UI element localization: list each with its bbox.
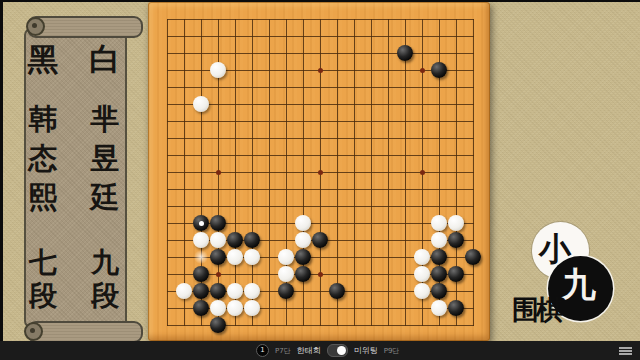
white-stone: [244, 249, 260, 265]
black-stone: [210, 283, 226, 299]
black-stone: [193, 283, 209, 299]
black-stone: [295, 266, 311, 282]
white-stone: [414, 266, 430, 282]
grid-line: [371, 19, 372, 326]
menu-icon[interactable]: [619, 347, 632, 357]
scroll-curl-top: [26, 17, 45, 36]
white-stone: [414, 283, 430, 299]
white-color-label: 白: [85, 44, 125, 75]
star-point: [318, 272, 323, 277]
star-point: [216, 272, 221, 277]
black-stone: [193, 215, 209, 231]
white-stone: [193, 96, 209, 112]
grid-line: [388, 19, 389, 326]
white-stone: [295, 215, 311, 231]
white-stone: [278, 266, 294, 282]
last-move-marker: [199, 221, 204, 226]
white-stone: [431, 215, 447, 231]
black-rank-text: P7단: [275, 346, 291, 356]
star-point: [216, 170, 221, 175]
black-stone: [329, 283, 345, 299]
white-stone: [431, 232, 447, 248]
cjk-char: 芈: [85, 100, 125, 139]
white-player-name: 芈昱廷: [85, 100, 125, 217]
black-stone: [210, 249, 226, 265]
black-stone: [193, 266, 209, 282]
white-stone: [414, 249, 430, 265]
cjk-char: 昱: [85, 139, 125, 178]
black-player-rank: 七段: [23, 246, 63, 312]
grid-line: [473, 19, 474, 326]
white-rank-text: P9단: [384, 346, 400, 356]
grid-line: [167, 189, 474, 190]
black-stone: [210, 317, 226, 333]
white-stone: [244, 300, 260, 316]
grid-line: [405, 19, 406, 326]
white-stone: [431, 300, 447, 316]
white-stone: [278, 249, 294, 265]
black-stone: [312, 232, 328, 248]
video-frame: 黑 韩态熙 七段 白 芈昱廷 九段 小 九 围棋 1 P7단 한태희 미위팅 P…: [0, 0, 640, 360]
white-stone: [210, 232, 226, 248]
black-player-name: 韩态熙: [23, 100, 63, 217]
black-stone: [278, 283, 294, 299]
go-board[interactable]: [148, 2, 490, 341]
turn-toggle[interactable]: [327, 344, 348, 357]
white-stone: [210, 62, 226, 78]
black-stone: [227, 232, 243, 248]
black-stone: [431, 249, 447, 265]
white-stone: [210, 300, 226, 316]
info-bar-content: 1 P7단 한태희 미위팅 P9단: [256, 341, 399, 360]
white-player-rank: 九段: [85, 246, 125, 312]
cjk-char: 段: [85, 279, 125, 312]
scroll-curl-bottom: [24, 322, 43, 341]
cjk-char: 态: [23, 139, 63, 178]
cjk-char: 九: [85, 246, 125, 279]
black-stone: [431, 283, 447, 299]
black-stone: [448, 232, 464, 248]
scroll-roll-bottom: [27, 321, 143, 343]
black-stone: [210, 215, 226, 231]
white-name-text: 미위팅: [354, 345, 378, 356]
white-stone: [176, 283, 192, 299]
white-stone: [448, 215, 464, 231]
black-stone: [431, 62, 447, 78]
grid-line: [354, 19, 355, 326]
move-number-badge: 1: [256, 344, 269, 357]
black-stone: [465, 249, 481, 265]
highlight-marker: [194, 250, 208, 264]
black-name-text: 한태희: [297, 345, 321, 356]
white-stone: [227, 283, 243, 299]
cjk-char: 韩: [23, 100, 63, 139]
grid-line: [167, 206, 474, 207]
black-stone: [431, 266, 447, 282]
white-stone: [227, 249, 243, 265]
grid-line: [337, 19, 338, 326]
black-stone: [244, 232, 260, 248]
star-point: [420, 170, 425, 175]
star-point: [420, 68, 425, 73]
white-stone: [244, 283, 260, 299]
black-stone: [397, 45, 413, 61]
black-color-label: 黑: [23, 44, 63, 75]
star-point: [318, 170, 323, 175]
star-point: [318, 68, 323, 73]
cjk-char: 七: [23, 246, 63, 279]
black-stone: [193, 300, 209, 316]
black-stone: [448, 300, 464, 316]
white-turn-knob-icon: [337, 346, 346, 355]
cjk-char: 廷: [85, 178, 125, 217]
logo-char-weiqi: 围棋: [512, 292, 560, 328]
info-bar: 1 P7단 한태희 미위팅 P9단: [0, 341, 640, 360]
white-stone: [295, 232, 311, 248]
cjk-char: 熙: [23, 178, 63, 217]
black-stone: [448, 266, 464, 282]
cjk-char: 段: [23, 279, 63, 312]
logo-char-nine: 九: [562, 262, 596, 308]
white-stone: [193, 232, 209, 248]
black-stone: [295, 249, 311, 265]
white-stone: [227, 300, 243, 316]
